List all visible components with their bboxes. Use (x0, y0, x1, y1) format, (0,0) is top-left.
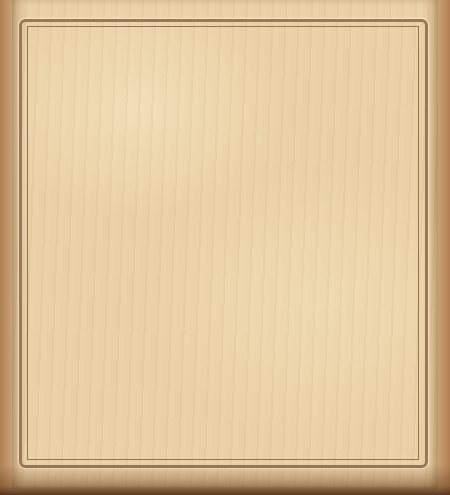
board-grid (27, 26, 419, 460)
xiangqi-board (0, 0, 450, 495)
